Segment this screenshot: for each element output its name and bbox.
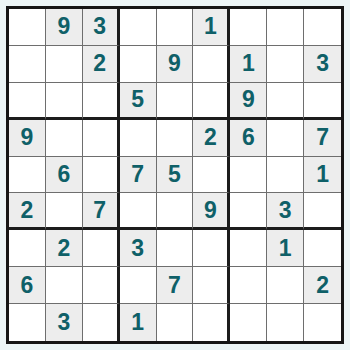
cell-r3c2[interactable] (46, 83, 83, 120)
cell-r2c5[interactable]: 9 (157, 46, 194, 83)
cell-r4c6[interactable]: 2 (193, 120, 230, 157)
cell-r7c3[interactable] (83, 230, 120, 267)
cell-r4c3[interactable] (83, 120, 120, 157)
cell-r8c7[interactable] (230, 267, 267, 304)
cell-r1c8[interactable] (267, 9, 304, 46)
cell-r3c8[interactable] (267, 83, 304, 120)
cell-r7c8[interactable]: 1 (267, 230, 304, 267)
cell-r9c4[interactable]: 1 (120, 304, 157, 341)
cell-r8c5[interactable]: 7 (157, 267, 194, 304)
cell-r1c5[interactable] (157, 9, 194, 46)
cell-r3c5[interactable] (157, 83, 194, 120)
cell-r7c1[interactable] (9, 230, 46, 267)
cell-r8c1[interactable]: 6 (9, 267, 46, 304)
cell-r1c1[interactable] (9, 9, 46, 46)
cell-r2c3[interactable]: 2 (83, 46, 120, 83)
cell-r2c6[interactable] (193, 46, 230, 83)
cell-r8c3[interactable] (83, 267, 120, 304)
cell-r1c6[interactable]: 1 (193, 9, 230, 46)
cell-r3c9[interactable] (304, 83, 341, 120)
cell-r3c3[interactable] (83, 83, 120, 120)
cell-r3c6[interactable] (193, 83, 230, 120)
cell-r9c3[interactable] (83, 304, 120, 341)
cell-r7c9[interactable] (304, 230, 341, 267)
cell-r7c7[interactable] (230, 230, 267, 267)
cell-r1c7[interactable] (230, 9, 267, 46)
cell-r5c9[interactable]: 1 (304, 157, 341, 194)
cell-r8c6[interactable] (193, 267, 230, 304)
cell-r5c6[interactable] (193, 157, 230, 194)
cell-r2c7[interactable]: 1 (230, 46, 267, 83)
cell-r6c1[interactable]: 2 (9, 193, 46, 230)
cell-r2c2[interactable] (46, 46, 83, 83)
cell-r9c6[interactable] (193, 304, 230, 341)
cell-r4c1[interactable]: 9 (9, 120, 46, 157)
cell-r5c4[interactable]: 7 (120, 157, 157, 194)
cell-r3c4[interactable]: 5 (120, 83, 157, 120)
cell-r1c4[interactable] (120, 9, 157, 46)
cell-r6c5[interactable] (157, 193, 194, 230)
sudoku-board: 93129135992676751279323167231 (6, 6, 344, 344)
cell-r1c2[interactable]: 9 (46, 9, 83, 46)
cell-r3c1[interactable] (9, 83, 46, 120)
cell-r8c8[interactable] (267, 267, 304, 304)
cell-r8c2[interactable] (46, 267, 83, 304)
cell-r7c6[interactable] (193, 230, 230, 267)
cell-r9c2[interactable]: 3 (46, 304, 83, 341)
cell-r8c9[interactable]: 2 (304, 267, 341, 304)
cell-r4c5[interactable] (157, 120, 194, 157)
cell-r9c8[interactable] (267, 304, 304, 341)
cell-r2c4[interactable] (120, 46, 157, 83)
cell-r5c7[interactable] (230, 157, 267, 194)
cell-r2c9[interactable]: 3 (304, 46, 341, 83)
cell-r6c2[interactable] (46, 193, 83, 230)
cell-r7c4[interactable]: 3 (120, 230, 157, 267)
cell-r9c7[interactable] (230, 304, 267, 341)
cell-r5c2[interactable]: 6 (46, 157, 83, 194)
cell-r4c4[interactable] (120, 120, 157, 157)
cell-r3c7[interactable]: 9 (230, 83, 267, 120)
cell-r6c9[interactable] (304, 193, 341, 230)
cell-r8c4[interactable] (120, 267, 157, 304)
cell-r5c1[interactable] (9, 157, 46, 194)
cell-r7c5[interactable] (157, 230, 194, 267)
cell-r5c3[interactable] (83, 157, 120, 194)
cell-r1c9[interactable] (304, 9, 341, 46)
cell-r6c7[interactable] (230, 193, 267, 230)
cell-r1c3[interactable]: 3 (83, 9, 120, 46)
cell-r6c8[interactable]: 3 (267, 193, 304, 230)
cell-r9c9[interactable] (304, 304, 341, 341)
cell-r6c3[interactable]: 7 (83, 193, 120, 230)
cell-r2c1[interactable] (9, 46, 46, 83)
cell-r4c2[interactable] (46, 120, 83, 157)
cell-r4c8[interactable] (267, 120, 304, 157)
cell-r5c5[interactable]: 5 (157, 157, 194, 194)
sudoku-board-wrapper: 93129135992676751279323167231 (6, 6, 344, 344)
cell-r6c4[interactable] (120, 193, 157, 230)
cell-r4c7[interactable]: 6 (230, 120, 267, 157)
cell-r4c9[interactable]: 7 (304, 120, 341, 157)
cell-r2c8[interactable] (267, 46, 304, 83)
cell-r5c8[interactable] (267, 157, 304, 194)
cell-r9c1[interactable] (9, 304, 46, 341)
cell-r9c5[interactable] (157, 304, 194, 341)
cell-r7c2[interactable]: 2 (46, 230, 83, 267)
cell-r6c6[interactable]: 9 (193, 193, 230, 230)
